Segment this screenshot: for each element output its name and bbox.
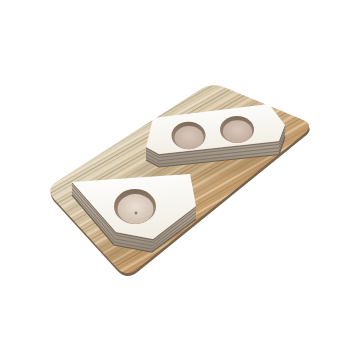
hole-base	[174, 126, 203, 149]
candle-wick-dot	[135, 212, 138, 215]
tealight-hole-left	[172, 122, 206, 150]
tealight-hole-front	[114, 189, 156, 224]
product-image	[0, 0, 360, 360]
product-photo	[0, 0, 360, 360]
tealight-hole-right	[220, 116, 254, 143]
hole-base	[118, 194, 154, 224]
hole-base	[223, 120, 252, 143]
